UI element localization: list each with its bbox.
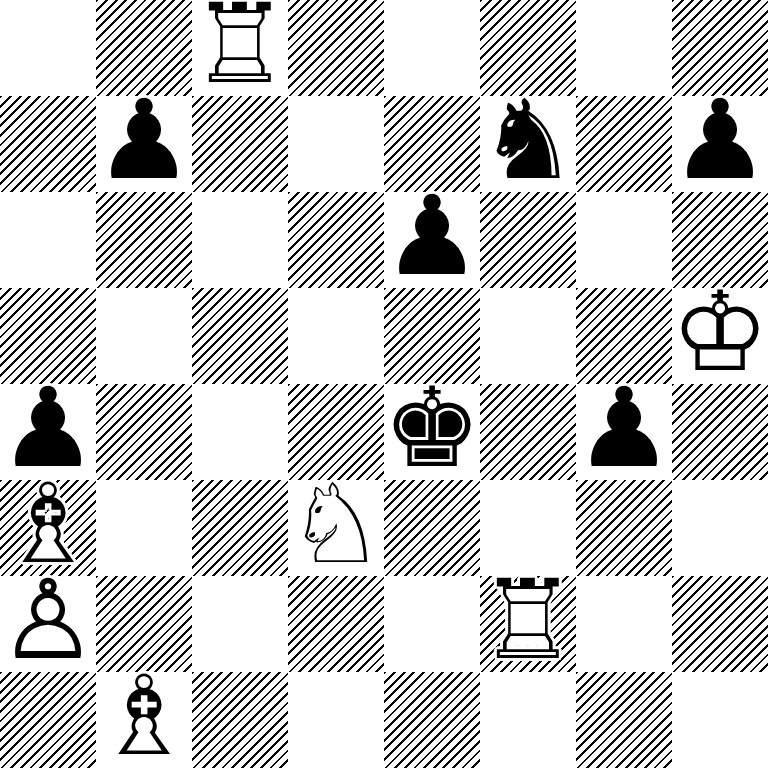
square-f2[interactable]: ♜♖ xyxy=(480,576,576,672)
square-d2[interactable] xyxy=(288,576,384,672)
square-c3[interactable] xyxy=(192,480,288,576)
square-g8[interactable] xyxy=(576,0,672,96)
square-b7[interactable]: ♟♟ xyxy=(96,96,192,192)
square-b3[interactable] xyxy=(96,480,192,576)
square-h5[interactable]: ♚♔ xyxy=(672,288,768,384)
square-c4[interactable] xyxy=(192,384,288,480)
piece-glyph: ♖ xyxy=(191,0,290,99)
piece-glyph: ♘ xyxy=(287,469,386,579)
black-pawn: ♟♟ xyxy=(672,96,768,192)
square-g1[interactable] xyxy=(576,672,672,768)
square-a8[interactable] xyxy=(0,0,96,96)
square-h1[interactable] xyxy=(672,672,768,768)
square-h2[interactable] xyxy=(672,576,768,672)
square-e3[interactable] xyxy=(384,480,480,576)
square-h3[interactable] xyxy=(672,480,768,576)
square-h4[interactable] xyxy=(672,384,768,480)
square-g3[interactable] xyxy=(576,480,672,576)
square-f5[interactable] xyxy=(480,288,576,384)
square-b6[interactable] xyxy=(96,192,192,288)
white-bishop: ♝♗ xyxy=(96,672,192,768)
black-pawn: ♟♟ xyxy=(576,384,672,480)
piece-glyph: ♟ xyxy=(95,85,194,195)
piece-glyph: ♔ xyxy=(671,277,768,387)
square-b1[interactable]: ♝♗ xyxy=(96,672,192,768)
piece-glyph: ♙ xyxy=(0,565,97,675)
square-e4[interactable]: ♚♚ xyxy=(384,384,480,480)
square-c8[interactable]: ♜♖ xyxy=(192,0,288,96)
square-d7[interactable] xyxy=(288,96,384,192)
square-g2[interactable] xyxy=(576,576,672,672)
square-c2[interactable] xyxy=(192,576,288,672)
square-f4[interactable] xyxy=(480,384,576,480)
square-g6[interactable] xyxy=(576,192,672,288)
square-d5[interactable] xyxy=(288,288,384,384)
piece-glyph: ♟ xyxy=(383,181,482,291)
white-knight: ♞♘ xyxy=(288,480,384,576)
white-pawn: ♟♙ xyxy=(0,576,96,672)
square-d1[interactable] xyxy=(288,672,384,768)
square-e6[interactable]: ♟♟ xyxy=(384,192,480,288)
square-c5[interactable] xyxy=(192,288,288,384)
square-d3[interactable]: ♞♘ xyxy=(288,480,384,576)
square-b4[interactable] xyxy=(96,384,192,480)
square-h7[interactable]: ♟♟ xyxy=(672,96,768,192)
square-d6[interactable] xyxy=(288,192,384,288)
piece-glyph: ♞ xyxy=(479,85,578,195)
piece-glyph: ♟ xyxy=(575,373,674,483)
square-f7[interactable]: ♞♞ xyxy=(480,96,576,192)
square-f1[interactable] xyxy=(480,672,576,768)
black-king: ♚♚ xyxy=(384,384,480,480)
piece-glyph: ♗ xyxy=(95,661,194,768)
black-pawn: ♟♟ xyxy=(96,96,192,192)
white-rook: ♜♖ xyxy=(480,576,576,672)
square-a2[interactable]: ♟♙ xyxy=(0,576,96,672)
square-a7[interactable] xyxy=(0,96,96,192)
square-b5[interactable] xyxy=(96,288,192,384)
piece-glyph: ♚ xyxy=(383,373,482,483)
black-pawn: ♟♟ xyxy=(384,192,480,288)
square-g4[interactable]: ♟♟ xyxy=(576,384,672,480)
square-e8[interactable] xyxy=(384,0,480,96)
black-knight: ♞♞ xyxy=(480,96,576,192)
square-f6[interactable] xyxy=(480,192,576,288)
square-c6[interactable] xyxy=(192,192,288,288)
piece-glyph: ♖ xyxy=(479,565,578,675)
square-c1[interactable] xyxy=(192,672,288,768)
square-g7[interactable] xyxy=(576,96,672,192)
square-e2[interactable] xyxy=(384,576,480,672)
square-a6[interactable] xyxy=(0,192,96,288)
white-king: ♚♔ xyxy=(672,288,768,384)
piece-glyph: ♟ xyxy=(671,85,768,195)
square-c7[interactable] xyxy=(192,96,288,192)
white-rook: ♜♖ xyxy=(192,0,288,96)
square-a1[interactable] xyxy=(0,672,96,768)
chess-board: ♜♖♟♟♞♞♟♟♟♟♚♔♟♟♚♚♟♟♝♗♞♘♟♙♜♖♝♗ xyxy=(0,0,768,768)
square-d8[interactable] xyxy=(288,0,384,96)
square-e1[interactable] xyxy=(384,672,480,768)
